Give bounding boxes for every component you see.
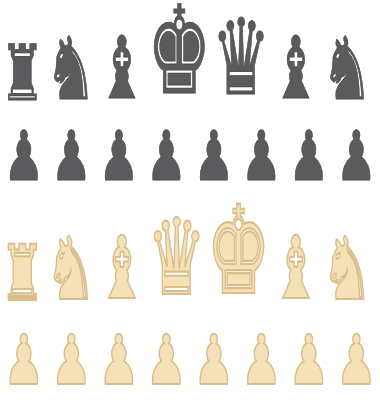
white-pawn-1: ♟ xyxy=(3,325,44,394)
black-king: ♚ xyxy=(147,0,212,112)
black-pawn-1: ♟ xyxy=(3,121,44,190)
white-pawn-4: ♟ xyxy=(146,325,187,394)
black-bishop-right: ♝ xyxy=(271,25,321,112)
white-knight-left: ♞ xyxy=(45,225,97,312)
white-knight-right: ♞ xyxy=(321,225,373,312)
black-majors-row: ♜ ♞ ♝ ♚ ♛ ♝ ♞ ♜ xyxy=(0,0,380,115)
black-pawn-4: ♟ xyxy=(146,121,187,190)
white-pawn-8: ♟ xyxy=(336,325,377,394)
black-pawns-row: ♟ ♟ ♟ ♟ ♟ ♟ ♟ ♟ xyxy=(0,115,380,195)
black-pawn-3: ♟ xyxy=(98,121,139,190)
white-king: ♚ xyxy=(206,190,271,312)
black-knight-right: ♞ xyxy=(321,25,373,112)
black-rook-right: ♜ xyxy=(373,35,380,113)
white-majors-row: ♜ ♞ ♝ ♛ ♚ ♝ ♞ ♜ xyxy=(0,207,380,315)
black-knight-left: ♞ xyxy=(45,25,97,112)
white-bishop-right: ♝ xyxy=(271,225,321,312)
white-pawns-row: ♟ ♟ ♟ ♟ ♟ ♟ ♟ ♟ xyxy=(0,315,380,400)
white-bishop-left: ♝ xyxy=(97,225,147,312)
black-queen: ♛ xyxy=(212,6,271,112)
chess-set-illustration: ♜ ♞ ♝ ♚ ♛ ♝ ♞ ♜ ♟ ♟ ♟ ♟ ♟ ♟ ♟ ♟ ♜ ♞ ♝ ♛ … xyxy=(0,0,380,400)
black-pawn-7: ♟ xyxy=(288,121,329,190)
black-pawn-8: ♟ xyxy=(336,121,377,190)
black-rook-left: ♜ xyxy=(0,35,45,113)
white-pawn-2: ♟ xyxy=(51,325,92,394)
white-rook-right: ♜ xyxy=(373,235,380,313)
white-pawn-6: ♟ xyxy=(241,325,282,394)
white-rook-left: ♜ xyxy=(0,235,45,313)
black-bishop-left: ♝ xyxy=(97,25,147,112)
black-pawn-2: ♟ xyxy=(51,121,92,190)
white-queen: ♛ xyxy=(147,206,206,312)
white-pawn-3: ♟ xyxy=(98,325,139,394)
white-pawn-7: ♟ xyxy=(288,325,329,394)
white-pawn-5: ♟ xyxy=(193,325,234,394)
